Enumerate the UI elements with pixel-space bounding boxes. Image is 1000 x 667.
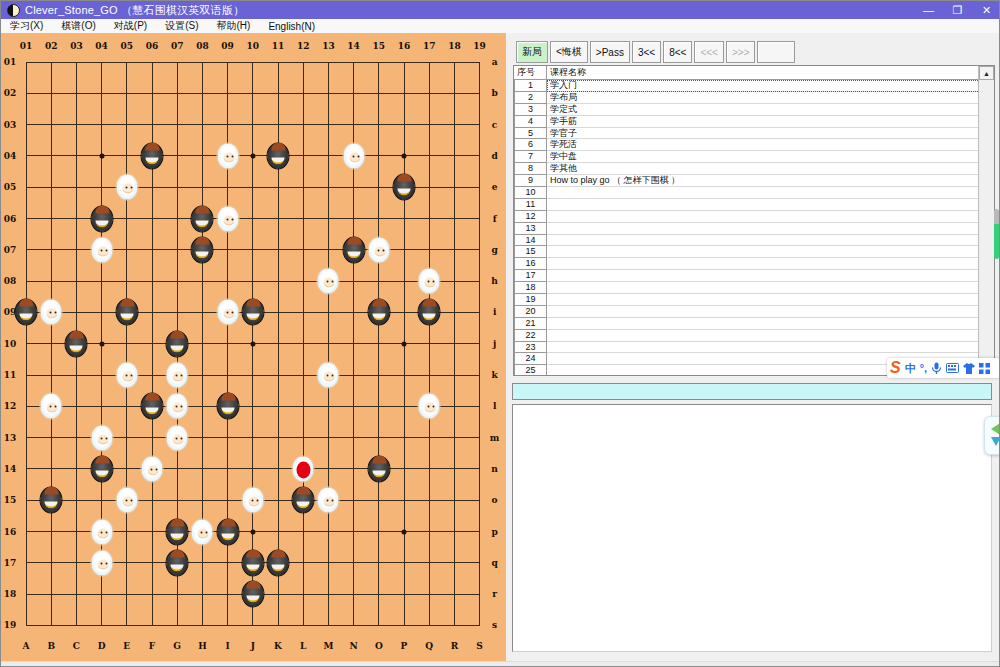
lesson-row-5[interactable]: 5学官子 xyxy=(514,128,994,140)
lesson-name[interactable]: 学死活 xyxy=(547,139,994,151)
toolbar-button->>>[interactable]: >>> xyxy=(726,41,756,63)
lesson-number: 13 xyxy=(514,223,547,235)
coord-top: 14 xyxy=(347,41,360,51)
stone-black[interactable] xyxy=(216,518,239,545)
lesson-name[interactable] xyxy=(547,294,994,306)
coord-right: h xyxy=(491,276,498,286)
sogou-logo-icon[interactable]: S xyxy=(890,360,901,376)
stone-black[interactable] xyxy=(90,455,113,482)
coord-right: d xyxy=(491,151,497,161)
stone-black[interactable] xyxy=(342,236,365,263)
lesson-row-15[interactable]: 15 xyxy=(514,246,994,258)
lesson-row-21[interactable]: 21 xyxy=(514,318,994,330)
lesson-list-body: 1学入门2学布局3学定式4学手筋5学官子6学死活7学中盘8学其他9How to … xyxy=(514,80,994,376)
stone-white[interactable] xyxy=(367,236,390,263)
go-stone-app-icon xyxy=(7,4,20,17)
coord-right: p xyxy=(491,527,497,537)
coord-top: 08 xyxy=(196,41,209,51)
stone-white[interactable] xyxy=(191,518,214,545)
stone-black[interactable] xyxy=(166,330,189,357)
star-point xyxy=(250,153,255,158)
stone-black[interactable] xyxy=(65,330,88,357)
coord-left: 04 xyxy=(4,151,17,161)
lesson-number: 5 xyxy=(514,128,547,140)
lesson-name[interactable] xyxy=(547,187,994,199)
coord-top: 16 xyxy=(398,41,411,51)
lesson-list-scrollbar[interactable]: ▲ ▼ xyxy=(978,66,994,375)
grid-line-v xyxy=(429,62,430,625)
lesson-name[interactable]: How to play go （ 怎样下围棋 ） xyxy=(547,175,994,187)
stone-black[interactable] xyxy=(166,549,189,576)
stone-white[interactable] xyxy=(90,549,113,576)
coord-left: 06 xyxy=(4,214,17,224)
lesson-name[interactable]: 学布局 xyxy=(547,92,994,104)
stone-white[interactable] xyxy=(115,362,138,389)
stone-black[interactable] xyxy=(267,549,290,576)
lesson-number: 8 xyxy=(514,163,547,175)
lesson-row-11[interactable]: 11 xyxy=(514,199,994,211)
menu-item-0[interactable]: 学习(X) xyxy=(1,19,52,33)
lesson-list-header: 序号 课程名称 xyxy=(514,66,994,80)
window-controls: —❐✕ xyxy=(914,1,1000,19)
lesson-name[interactable]: 学手筋 xyxy=(547,116,994,128)
lesson-row-20[interactable]: 20 xyxy=(514,306,994,318)
coord-top: 17 xyxy=(423,41,436,51)
coord-top: 05 xyxy=(121,41,134,51)
coord-bottom: L xyxy=(300,641,306,651)
lesson-name[interactable] xyxy=(547,246,994,258)
coord-left: 02 xyxy=(4,88,17,98)
coord-right: f xyxy=(493,214,497,224)
coord-bottom: O xyxy=(375,641,383,651)
stone-white[interactable] xyxy=(342,142,365,169)
stone-white[interactable] xyxy=(317,268,340,295)
stone-white[interactable] xyxy=(141,455,164,482)
stone-white[interactable] xyxy=(166,393,189,420)
lesson-row-2[interactable]: 2学布局 xyxy=(514,92,994,104)
ime-toolbar[interactable]: S 中 °, xyxy=(887,358,1000,378)
coord-right: l xyxy=(493,401,496,411)
stone-black[interactable] xyxy=(267,142,290,169)
lesson-number: 15 xyxy=(514,246,547,258)
lesson-row-17[interactable]: 17 xyxy=(514,270,994,282)
coord-bottom: P xyxy=(401,641,408,651)
coord-left: 11 xyxy=(4,370,17,380)
lesson-name[interactable] xyxy=(547,330,994,342)
coord-left: 18 xyxy=(4,589,17,599)
chinese-mode-icon[interactable]: 中 xyxy=(905,363,916,374)
coord-right: j xyxy=(493,339,496,349)
lesson-name[interactable]: 学中盘 xyxy=(547,151,994,163)
stone-black[interactable] xyxy=(393,174,416,201)
coord-top: 02 xyxy=(45,41,58,51)
lesson-name[interactable] xyxy=(547,270,994,282)
coord-top: 04 xyxy=(95,41,108,51)
coord-top: 03 xyxy=(70,41,83,51)
stone-black[interactable] xyxy=(241,581,264,608)
lesson-name[interactable] xyxy=(547,223,994,235)
coord-right: i xyxy=(493,307,496,317)
stone-white[interactable] xyxy=(418,268,441,295)
coord-bottom: K xyxy=(274,641,282,651)
stone-black[interactable] xyxy=(292,487,315,514)
lesson-list[interactable]: 序号 课程名称 1学入门2学布局3学定式4学手筋5学官子6学死活7学中盘8学其他… xyxy=(513,65,995,376)
coord-bottom: D xyxy=(98,641,106,651)
star-point xyxy=(250,341,255,346)
lesson-row-1[interactable]: 1学入门 xyxy=(514,80,994,92)
punctuation-mode-icon[interactable]: °, xyxy=(920,363,927,374)
coord-right: b xyxy=(491,88,497,98)
lesson-number: 12 xyxy=(514,211,547,223)
toolbar-button-<<<[interactable]: <<< xyxy=(694,41,724,63)
coord-right: r xyxy=(492,589,497,599)
coord-bottom: E xyxy=(123,641,130,651)
lesson-row-13[interactable]: 13 xyxy=(514,223,994,235)
lesson-row-6[interactable]: 6学死活 xyxy=(514,139,994,151)
coord-right: n xyxy=(491,464,498,474)
stone-black[interactable] xyxy=(141,142,164,169)
coord-top: 19 xyxy=(473,41,486,51)
coord-left: 07 xyxy=(4,245,17,255)
lesson-number: 23 xyxy=(514,342,547,354)
coord-left: 14 xyxy=(4,464,17,474)
lesson-row-7[interactable]: 7学中盘 xyxy=(514,151,994,163)
stone-white-last-move[interactable] xyxy=(292,455,315,482)
toolbar-button->Pass[interactable]: >Pass xyxy=(590,41,630,63)
toolbar-button-新局[interactable]: 新局 xyxy=(516,41,548,63)
stone-white[interactable] xyxy=(40,299,63,326)
lesson-number: 19 xyxy=(514,294,547,306)
stone-black[interactable] xyxy=(141,393,164,420)
stone-black[interactable] xyxy=(191,205,214,232)
lesson-name[interactable] xyxy=(547,282,994,294)
green-arrow-icon xyxy=(991,423,1000,435)
coord-bottom: F xyxy=(149,641,155,651)
stone-black[interactable] xyxy=(166,518,189,545)
menu-item-4[interactable]: 帮助(H) xyxy=(207,19,259,33)
soft-keyboard-icon[interactable] xyxy=(946,363,959,373)
stone-white[interactable] xyxy=(216,142,239,169)
lesson-number: 4 xyxy=(514,116,547,128)
stone-white[interactable] xyxy=(241,487,264,514)
lesson-number: 18 xyxy=(514,282,547,294)
coord-top: 07 xyxy=(171,41,184,51)
stone-black[interactable] xyxy=(241,549,264,576)
stone-white[interactable] xyxy=(90,424,113,451)
stone-black[interactable] xyxy=(241,299,264,326)
lesson-number: 7 xyxy=(514,151,547,163)
stone-black[interactable] xyxy=(115,299,138,326)
game-toolbar: 新局<悔棋>Pass3<<8<<<<<>>> xyxy=(516,41,797,63)
coord-right: q xyxy=(491,558,497,568)
toolbar-button-blank[interactable] xyxy=(757,41,795,63)
lesson-number: 22 xyxy=(514,330,547,342)
lesson-row-14[interactable]: 14 xyxy=(514,235,994,247)
menu-bar: 学习(X)棋谱(O)对战(P)设置(S)帮助(H)English(N) xyxy=(1,19,1000,34)
coord-top: 10 xyxy=(247,41,260,51)
lesson-number: 16 xyxy=(514,258,547,270)
lesson-name[interactable] xyxy=(547,211,994,223)
coord-bottom: R xyxy=(451,641,458,651)
lesson-row-22[interactable]: 22 xyxy=(514,330,994,342)
right-panel: 新局<悔棋>Pass3<<8<<<<<>>> 序号 课程名称 1学入门2学布局3… xyxy=(506,33,1000,661)
coord-left: 05 xyxy=(4,182,17,192)
lesson-row-18[interactable]: 18 xyxy=(514,282,994,294)
lesson-name[interactable] xyxy=(547,342,994,354)
coord-left: 17 xyxy=(4,558,17,568)
skin-shirt-icon[interactable] xyxy=(963,363,975,374)
star-point xyxy=(402,153,407,158)
lesson-name[interactable] xyxy=(547,306,994,318)
stone-black[interactable] xyxy=(191,236,214,263)
stone-white[interactable] xyxy=(166,362,189,389)
coord-bottom: S xyxy=(476,641,483,651)
coord-left: 19 xyxy=(4,620,17,630)
lesson-number: 24 xyxy=(514,353,547,365)
lesson-row-3[interactable]: 3学定式 xyxy=(514,104,994,116)
stone-white[interactable] xyxy=(216,205,239,232)
coord-bottom: A xyxy=(23,641,30,651)
lesson-name[interactable]: 学官子 xyxy=(547,128,994,140)
coord-left: 15 xyxy=(4,495,17,505)
lesson-row-23[interactable]: 23 xyxy=(514,342,994,354)
stone-white[interactable] xyxy=(90,518,113,545)
lesson-number: 6 xyxy=(514,139,547,151)
microphone-icon[interactable] xyxy=(931,362,942,375)
coord-bottom: C xyxy=(73,641,80,651)
coord-top: 13 xyxy=(322,41,335,51)
go-board[interactable]: 0102030405060708091011121314151617181901… xyxy=(1,33,506,661)
title-bar: Clever_Stone_GO （慧石围棋汉英双语版） —❐✕ xyxy=(1,1,1000,19)
blue-arrow-icon xyxy=(991,437,1000,446)
coord-right: m xyxy=(490,433,500,443)
lesson-name[interactable] xyxy=(547,199,994,211)
coord-bottom: I xyxy=(225,641,229,651)
window-title: Clever_Stone_GO （慧石围棋汉英双语版） xyxy=(25,3,244,18)
lesson-number: 10 xyxy=(514,187,547,199)
coord-right: k xyxy=(491,370,497,380)
star-point xyxy=(402,341,407,346)
maximize-restore-button[interactable]: ❐ xyxy=(943,1,972,19)
column-header-name: 课程名称 xyxy=(547,66,994,79)
toolbar-button-8<<[interactable]: 8<< xyxy=(663,41,692,63)
coord-right: a xyxy=(492,57,498,67)
menu-item-2[interactable]: 对战(P) xyxy=(105,19,156,33)
coord-top: 09 xyxy=(221,41,234,51)
lesson-name[interactable] xyxy=(547,235,994,247)
coord-bottom: H xyxy=(198,641,207,651)
coord-left: 01 xyxy=(4,57,17,67)
lesson-row-8[interactable]: 8学其他 xyxy=(514,163,994,175)
coord-top: 18 xyxy=(448,41,461,51)
star-point xyxy=(99,341,104,346)
stone-white[interactable] xyxy=(418,393,441,420)
stone-black[interactable] xyxy=(40,487,63,514)
grid-line-h xyxy=(26,625,480,626)
coord-left: 13 xyxy=(4,433,17,443)
lesson-number: 25 xyxy=(514,365,547,376)
edge-scroll-indicator[interactable] xyxy=(994,209,999,259)
lesson-number: 1 xyxy=(514,80,547,92)
lesson-name[interactable]: 学定式 xyxy=(547,104,994,116)
menu-item-3[interactable]: 设置(S) xyxy=(156,19,207,33)
star-point xyxy=(99,153,104,158)
coord-bottom: M xyxy=(323,641,333,651)
lesson-row-4[interactable]: 4学手筋 xyxy=(514,116,994,128)
grid-line-v xyxy=(378,62,379,625)
coord-bottom: J xyxy=(251,641,255,651)
stone-white[interactable] xyxy=(90,236,113,263)
coord-top: 12 xyxy=(297,41,310,51)
coord-bottom: B xyxy=(47,641,55,651)
stone-white[interactable] xyxy=(317,362,340,389)
lesson-number: 14 xyxy=(514,235,547,247)
stone-black[interactable] xyxy=(216,393,239,420)
grid-line-h xyxy=(26,406,480,407)
lesson-number: 9 xyxy=(514,175,547,187)
lesson-number: 20 xyxy=(514,306,547,318)
lesson-row-12[interactable]: 12 xyxy=(514,211,994,223)
menu-item-5[interactable]: English(N) xyxy=(259,19,324,33)
coord-right: g xyxy=(491,245,497,255)
coord-top: 11 xyxy=(272,41,285,51)
menu-item-1[interactable]: 棋谱(O) xyxy=(52,19,104,33)
lesson-number: 2 xyxy=(514,92,547,104)
coord-left: 12 xyxy=(4,401,17,411)
stone-black[interactable] xyxy=(367,455,390,482)
lesson-row-9[interactable]: 9How to play go （ 怎样下围棋 ） xyxy=(514,175,994,187)
toolbox-icon[interactable] xyxy=(979,363,990,374)
coord-bottom: N xyxy=(349,641,357,651)
coord-right: o xyxy=(492,495,498,505)
coord-top: 01 xyxy=(20,41,33,51)
stone-black[interactable] xyxy=(15,299,38,326)
floating-widget[interactable] xyxy=(984,416,1000,455)
lesson-name[interactable] xyxy=(547,318,994,330)
stone-black[interactable] xyxy=(367,299,390,326)
window-bottom-border xyxy=(1,661,1000,667)
lesson-row-16[interactable]: 16 xyxy=(514,258,994,270)
coord-left: 16 xyxy=(4,527,17,537)
coord-left: 03 xyxy=(4,120,17,130)
status-strip xyxy=(512,383,992,400)
grid-line-v xyxy=(303,62,304,625)
lesson-number: 21 xyxy=(514,318,547,330)
coord-left: 10 xyxy=(4,339,17,349)
toolbar-button-<悔棋[interactable]: <悔棋 xyxy=(550,41,588,63)
coord-bottom: Q xyxy=(425,641,433,651)
grid-line-v xyxy=(479,62,480,625)
coord-right: c xyxy=(492,120,497,130)
stone-black[interactable] xyxy=(90,205,113,232)
lesson-name[interactable]: 学入门 xyxy=(547,80,994,92)
lesson-number: 3 xyxy=(514,104,547,116)
application-window: Clever_Stone_GO （慧石围棋汉英双语版） —❐✕ 学习(X)棋谱(… xyxy=(0,0,1000,667)
stone-white[interactable] xyxy=(216,299,239,326)
lesson-name[interactable] xyxy=(547,258,994,270)
minimize-button[interactable]: — xyxy=(914,1,943,19)
stone-white[interactable] xyxy=(115,174,138,201)
coord-left: 08 xyxy=(4,276,17,286)
stone-white[interactable] xyxy=(166,424,189,451)
stone-white[interactable] xyxy=(317,487,340,514)
grid-line-h xyxy=(26,375,480,376)
coord-top: 06 xyxy=(146,41,159,51)
star-point xyxy=(402,529,407,534)
stone-white[interactable] xyxy=(40,393,63,420)
coord-bottom: G xyxy=(173,641,181,651)
coord-right: e xyxy=(492,182,498,192)
star-point xyxy=(250,529,255,534)
stone-black[interactable] xyxy=(418,299,441,326)
lesson-number: 11 xyxy=(514,199,547,211)
stone-white[interactable] xyxy=(115,487,138,514)
column-header-number: 序号 xyxy=(514,66,547,79)
close-button[interactable]: ✕ xyxy=(972,1,1000,19)
coord-right: s xyxy=(492,620,497,630)
coord-top: 15 xyxy=(373,41,386,51)
lesson-number: 17 xyxy=(514,270,547,282)
toolbar-button-3<<[interactable]: 3<< xyxy=(632,41,661,63)
comment-text-area[interactable] xyxy=(512,404,992,652)
lesson-row-10[interactable]: 10 xyxy=(514,187,994,199)
lesson-name[interactable]: 学其他 xyxy=(547,163,994,175)
scroll-up-icon[interactable]: ▲ xyxy=(979,66,994,80)
lesson-row-19[interactable]: 19 xyxy=(514,294,994,306)
grid-line-v xyxy=(328,62,329,625)
grid-line-v xyxy=(454,62,455,625)
